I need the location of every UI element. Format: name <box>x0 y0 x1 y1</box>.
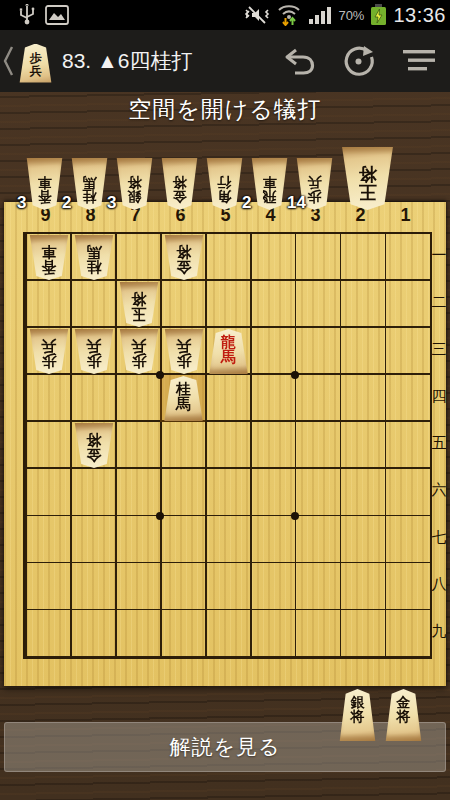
rank-label-8: 八 <box>431 561 447 608</box>
piece-kanji: 桂 <box>176 382 191 397</box>
piece-kanji: 馬 <box>221 350 236 365</box>
hand-count: 2 <box>242 193 251 213</box>
piece-kanji: 馬 <box>86 243 101 258</box>
square-9-2[interactable] <box>25 281 70 328</box>
square-5-2[interactable] <box>205 281 250 328</box>
square-8-4[interactable] <box>70 375 115 422</box>
square-2-3[interactable] <box>340 328 385 375</box>
piece-kanji: 将 <box>128 174 142 188</box>
rank-label-2: 二 <box>431 279 447 326</box>
gote-piece-香車[interactable]: 香車 <box>26 158 63 210</box>
rank-label-3: 三 <box>431 326 447 373</box>
square-1-7[interactable] <box>385 516 430 563</box>
square-2-9[interactable] <box>340 610 385 657</box>
square-8-8[interactable] <box>70 563 115 610</box>
square-7-8[interactable] <box>115 563 160 610</box>
gote-piece-銀将[interactable]: 銀将 <box>116 158 153 210</box>
piece-kanji: 王 <box>359 183 377 201</box>
square-6-7[interactable] <box>160 516 205 563</box>
square-7-9[interactable] <box>115 610 160 657</box>
piece-kanji: 車 <box>41 243 56 258</box>
square-4-5[interactable] <box>250 422 295 469</box>
hoshi-dot <box>291 512 299 520</box>
piece-kanji: 行 <box>218 174 232 188</box>
square-5-1[interactable] <box>205 234 250 281</box>
square-3-3[interactable] <box>295 328 340 375</box>
piece-kanji: 玉 <box>131 306 146 321</box>
square-7-1[interactable] <box>115 234 160 281</box>
app-pawn-icon-bottom-kanji: 兵 <box>30 65 42 78</box>
undo-button[interactable] <box>280 42 318 80</box>
sente-hand-slot-銀将[interactable]: 銀将 <box>339 689 376 741</box>
square-8-6[interactable] <box>70 469 115 516</box>
move-label: 83. ▲6四桂打 <box>62 47 193 75</box>
piece-kanji: 金 <box>397 696 411 710</box>
mute-vibrate-icon <box>244 5 270 25</box>
square-5-7[interactable] <box>205 516 250 563</box>
square-2-7[interactable] <box>340 516 385 563</box>
square-6-6[interactable] <box>160 469 205 516</box>
gote-hand-slot-香車[interactable]: 香車3 <box>26 158 63 210</box>
square-2-1[interactable] <box>340 234 385 281</box>
square-5-9[interactable] <box>205 610 250 657</box>
rank-label-7: 七 <box>431 514 447 561</box>
square-7-7[interactable] <box>115 516 160 563</box>
square-3-8[interactable] <box>295 563 340 610</box>
hand-count: 2 <box>62 193 71 213</box>
hand-count: 3 <box>17 193 26 213</box>
piece-kanji: 飛 <box>263 189 277 203</box>
rank-labels: 一二三四五六七八九 <box>431 232 447 655</box>
menu-button[interactable] <box>400 42 438 80</box>
battery-charging-icon <box>370 4 387 26</box>
square-4-3[interactable] <box>250 328 295 375</box>
hand-count: 3 <box>107 193 116 213</box>
clock: 13:36 <box>393 4 446 27</box>
square-1-9[interactable] <box>385 610 430 657</box>
piece-kanji: 香 <box>38 189 52 203</box>
gote-piece-金将[interactable]: 金将 <box>161 158 198 210</box>
piece-kanji: 将 <box>351 710 365 724</box>
square-2-6[interactable] <box>340 469 385 516</box>
view-commentary-label: 解説を見る <box>170 733 281 761</box>
rank-label-4: 四 <box>431 373 447 420</box>
rank-label-5: 五 <box>431 420 447 467</box>
gote-piece-王将[interactable]: 王将 <box>341 147 394 210</box>
square-1-6[interactable] <box>385 469 430 516</box>
piece-kanji: 将 <box>359 164 377 182</box>
piece-kanji: 馬 <box>83 174 97 188</box>
square-3-4[interactable] <box>295 375 340 422</box>
usb-icon <box>18 4 36 26</box>
piece-kanji: 車 <box>263 174 277 188</box>
piece-kanji: 車 <box>38 174 52 188</box>
sente-piece-金将[interactable]: 金将 <box>385 689 422 741</box>
battery-percent: 70% <box>338 8 364 23</box>
piece-kanji: 兵 <box>41 337 56 352</box>
piece-kanji: 銀 <box>128 189 142 203</box>
square-5-5[interactable] <box>205 422 250 469</box>
piece-kanji: 馬 <box>176 397 191 412</box>
piece-kanji: 龍 <box>221 335 236 350</box>
piece-kanji: 金 <box>86 447 101 462</box>
gote-hand-slot-金将[interactable]: 金将 <box>161 158 198 210</box>
piece-kanji: 歩 <box>308 189 322 203</box>
puzzle-title: 空間を開ける犠打 <box>0 94 450 125</box>
piece-kanji: 将 <box>397 710 411 724</box>
square-9-4[interactable] <box>25 375 70 422</box>
square-7-6[interactable] <box>115 469 160 516</box>
board-grid: 香車桂馬金将玉将歩兵歩兵歩兵歩兵龍馬桂馬金将 <box>23 232 432 659</box>
hand-count: 14 <box>287 193 306 213</box>
piece-kanji: 兵 <box>308 174 322 188</box>
piece-kanji: 将 <box>86 431 101 446</box>
square-4-6[interactable] <box>250 469 295 516</box>
square-2-8[interactable] <box>340 563 385 610</box>
wifi-updown-icon <box>276 4 302 26</box>
square-1-3[interactable] <box>385 328 430 375</box>
square-4-7[interactable] <box>250 516 295 563</box>
rank-label-1: 一 <box>431 232 447 279</box>
square-5-8[interactable] <box>205 563 250 610</box>
square-2-4[interactable] <box>340 375 385 422</box>
piece-kanji: 桂 <box>83 189 97 203</box>
square-1-5[interactable] <box>385 422 430 469</box>
redo-button[interactable] <box>340 42 378 80</box>
square-8-9[interactable] <box>70 610 115 657</box>
piece-kanji: 将 <box>131 290 146 305</box>
gote-hand-slot-歩兵[interactable]: 歩兵14 <box>296 158 333 210</box>
piece-kanji: 金 <box>176 259 191 274</box>
piece-kanji: 歩 <box>176 353 191 368</box>
rank-label-6: 六 <box>431 467 447 514</box>
sente-hand-tray: 銀将金将 <box>339 687 422 741</box>
piece-kanji: 銀 <box>351 696 365 710</box>
square-1-1[interactable] <box>385 234 430 281</box>
square-9-8[interactable] <box>25 563 70 610</box>
piece-kanji: 将 <box>176 243 191 258</box>
app-pawn-icon: 歩 兵 <box>19 44 52 83</box>
square-7-5[interactable] <box>115 422 160 469</box>
square-4-8[interactable] <box>250 563 295 610</box>
square-9-7[interactable] <box>25 516 70 563</box>
gote-hand-slot-銀将[interactable]: 銀将3 <box>116 158 153 210</box>
square-2-2[interactable] <box>340 281 385 328</box>
square-9-6[interactable] <box>25 469 70 516</box>
square-8-7[interactable] <box>70 516 115 563</box>
gote-piece-飛車[interactable]: 飛車 <box>251 158 288 210</box>
hoshi-dot <box>291 371 299 379</box>
square-3-5[interactable] <box>295 422 340 469</box>
piece-kanji: 兵 <box>131 337 146 352</box>
gote-hand-tray: 香車3桂馬2銀将3金将角行飛車2歩兵14王将 <box>26 146 394 210</box>
toolbar: 歩 兵 83. ▲6四桂打 <box>0 30 450 92</box>
status-bar: 70% 13:36 <box>0 0 450 30</box>
square-3-2[interactable] <box>295 281 340 328</box>
gote-hand-slot-飛車[interactable]: 飛車2 <box>251 158 288 210</box>
piece-kanji: 兵 <box>86 337 101 352</box>
hoshi-dot <box>156 512 164 520</box>
piece-kanji: 歩 <box>131 353 146 368</box>
square-3-9[interactable] <box>295 610 340 657</box>
status-left-icons <box>18 4 69 26</box>
square-6-8[interactable] <box>160 563 205 610</box>
piece-kanji: 将 <box>173 174 187 188</box>
shogi-board: 987654321 一二三四五六七八九 香車桂馬金将玉将歩兵歩兵歩兵歩兵龍馬桂馬… <box>4 202 446 686</box>
gote-piece-桂馬[interactable]: 桂馬 <box>71 158 108 210</box>
gote-hand-slot-桂馬[interactable]: 桂馬2 <box>71 158 108 210</box>
square-1-2[interactable] <box>385 281 430 328</box>
piece-kanji: 桂 <box>86 259 101 274</box>
app-screen: 70% 13:36 歩 兵 83. ▲6四桂打 <box>0 0 450 800</box>
square-1-4[interactable] <box>385 375 430 422</box>
sente-piece-銀将[interactable]: 銀将 <box>339 689 376 741</box>
piece-kanji: 歩 <box>86 353 101 368</box>
screenshot-icon <box>45 5 69 25</box>
square-9-9[interactable] <box>25 610 70 657</box>
sente-hand-slot-金将[interactable]: 金将 <box>385 689 422 741</box>
hoshi-dot <box>156 371 164 379</box>
square-5-4[interactable] <box>205 375 250 422</box>
gote-hand-slot-王将[interactable]: 王将 <box>341 147 394 210</box>
toolbar-actions <box>280 42 450 80</box>
rank-label-9: 九 <box>431 608 447 655</box>
square-4-4[interactable] <box>250 375 295 422</box>
piece-kanji: 香 <box>41 259 56 274</box>
square-8-2[interactable] <box>70 281 115 328</box>
square-7-4[interactable] <box>115 375 160 422</box>
square-3-6[interactable] <box>295 469 340 516</box>
square-3-7[interactable] <box>295 516 340 563</box>
square-1-8[interactable] <box>385 563 430 610</box>
square-3-1[interactable] <box>295 234 340 281</box>
gote-piece-角行[interactable]: 角行 <box>206 158 243 210</box>
square-4-2[interactable] <box>250 281 295 328</box>
square-6-5[interactable] <box>160 422 205 469</box>
square-4-1[interactable] <box>250 234 295 281</box>
back-chevron-button[interactable] <box>1 44 15 78</box>
piece-kanji: 金 <box>173 189 187 203</box>
square-6-2[interactable] <box>160 281 205 328</box>
status-right-cluster: 70% 13:36 <box>244 4 446 27</box>
square-5-6[interactable] <box>205 469 250 516</box>
square-4-9[interactable] <box>250 610 295 657</box>
signal-icon <box>308 6 332 24</box>
piece-kanji: 角 <box>218 189 232 203</box>
piece-kanji: 兵 <box>176 337 191 352</box>
square-6-9[interactable] <box>160 610 205 657</box>
piece-kanji: 歩 <box>41 353 56 368</box>
square-2-5[interactable] <box>340 422 385 469</box>
gote-hand-slot-角行[interactable]: 角行 <box>206 158 243 210</box>
square-9-5[interactable] <box>25 422 70 469</box>
